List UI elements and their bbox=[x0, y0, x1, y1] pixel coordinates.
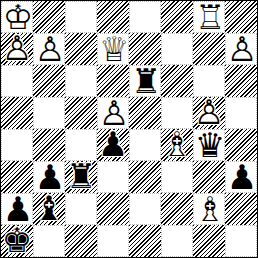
white-pawn-piece[interactable]: ♟♙ bbox=[226, 34, 258, 66]
square-a5[interactable] bbox=[1, 97, 33, 129]
piece-glyph-fill: ♛ bbox=[194, 129, 226, 161]
piece-glyph-fill: ♝ bbox=[161, 128, 193, 160]
piece-glyph-fill: ♜ bbox=[130, 65, 162, 97]
chess-board[interactable]: ♚♔♜♖♟♙♟♙♛♕♟♙♜♟♙♟♙♟♝♗♛♟♜♟♟♝♝♗♚ bbox=[0, 0, 258, 258]
white-pawn-piece[interactable]: ♟♙ bbox=[34, 34, 66, 66]
black-pawn-piece[interactable]: ♟ bbox=[226, 162, 258, 194]
square-g5[interactable]: ♟♙ bbox=[193, 97, 225, 129]
square-c6[interactable] bbox=[65, 65, 97, 97]
piece-glyph-outline: ♙ bbox=[226, 33, 258, 65]
black-pawn-piece[interactable]: ♟ bbox=[97, 129, 129, 161]
piece-glyph-fill: ♟ bbox=[34, 33, 66, 65]
piece-glyph-outline: ♙ bbox=[193, 96, 225, 128]
square-a1[interactable]: ♚ bbox=[1, 225, 33, 257]
square-f4[interactable]: ♝♗ bbox=[161, 129, 193, 161]
piece-glyph-outline: ♙ bbox=[34, 33, 66, 65]
white-pawn-piece[interactable]: ♟♙ bbox=[193, 97, 225, 129]
piece-glyph-fill: ♜ bbox=[194, 1, 226, 33]
black-king-piece[interactable]: ♚ bbox=[1, 225, 33, 257]
square-h3[interactable]: ♟ bbox=[225, 161, 257, 193]
square-g6[interactable] bbox=[193, 65, 225, 97]
piece-glyph-fill: ♛ bbox=[98, 33, 130, 65]
square-b7[interactable]: ♟♙ bbox=[33, 33, 65, 65]
square-h5[interactable] bbox=[225, 97, 257, 129]
square-h7[interactable]: ♟♙ bbox=[225, 33, 257, 65]
square-g4[interactable]: ♛ bbox=[193, 129, 225, 161]
piece-glyph-fill: ♟ bbox=[1, 32, 33, 64]
piece-glyph-fill: ♟ bbox=[34, 161, 66, 193]
square-g8[interactable]: ♜♖ bbox=[193, 1, 225, 33]
square-d2[interactable] bbox=[97, 193, 129, 225]
square-c2[interactable] bbox=[65, 193, 97, 225]
piece-glyph-fill: ♚ bbox=[2, 1, 34, 33]
square-b8[interactable] bbox=[33, 1, 65, 33]
black-pawn-piece[interactable]: ♟ bbox=[34, 162, 66, 194]
square-b5[interactable] bbox=[33, 97, 65, 129]
square-d5[interactable]: ♟♙ bbox=[97, 97, 129, 129]
piece-glyph-fill: ♟ bbox=[97, 128, 129, 160]
square-c3[interactable]: ♜ bbox=[65, 161, 97, 193]
chess-diagram: ♚♔♜♖♟♙♟♙♛♕♟♙♜♟♙♟♙♟♝♗♛♟♜♟♟♝♝♗♚ bbox=[0, 0, 258, 258]
square-b6[interactable] bbox=[33, 65, 65, 97]
square-a2[interactable]: ♟ bbox=[1, 193, 33, 225]
piece-glyph-outline: ♗ bbox=[161, 128, 193, 160]
square-b2[interactable]: ♝ bbox=[33, 193, 65, 225]
piece-glyph-outline: ♖ bbox=[194, 1, 226, 33]
square-f3[interactable] bbox=[161, 161, 193, 193]
white-bishop-piece[interactable]: ♝♗ bbox=[161, 129, 193, 161]
white-bishop-piece[interactable]: ♝♗ bbox=[194, 194, 226, 226]
square-d6[interactable] bbox=[97, 65, 129, 97]
white-pawn-piece[interactable]: ♟♙ bbox=[98, 98, 130, 130]
square-g3[interactable] bbox=[193, 161, 225, 193]
black-rook-piece[interactable]: ♜ bbox=[130, 66, 162, 98]
piece-glyph-outline: ♙ bbox=[1, 32, 33, 64]
square-d4[interactable]: ♟ bbox=[97, 129, 129, 161]
square-c1[interactable] bbox=[65, 225, 97, 257]
square-g1[interactable] bbox=[193, 225, 225, 257]
square-a3[interactable] bbox=[1, 161, 33, 193]
square-d7[interactable]: ♛♕ bbox=[97, 33, 129, 65]
square-e8[interactable] bbox=[129, 1, 161, 33]
square-h2[interactable] bbox=[225, 193, 257, 225]
square-d3[interactable] bbox=[97, 161, 129, 193]
square-e3[interactable] bbox=[129, 161, 161, 193]
square-d1[interactable] bbox=[97, 225, 129, 257]
square-f8[interactable] bbox=[161, 1, 193, 33]
square-e5[interactable] bbox=[129, 97, 161, 129]
square-h4[interactable] bbox=[225, 129, 257, 161]
square-h6[interactable] bbox=[225, 65, 257, 97]
piece-glyph-outline: ♙ bbox=[98, 97, 130, 129]
square-f1[interactable] bbox=[161, 225, 193, 257]
piece-glyph-fill: ♝ bbox=[33, 192, 65, 224]
square-c4[interactable] bbox=[65, 129, 97, 161]
square-e4[interactable] bbox=[129, 129, 161, 161]
square-c7[interactable] bbox=[65, 33, 97, 65]
piece-glyph-fill: ♟ bbox=[226, 33, 258, 65]
square-e6[interactable]: ♜ bbox=[129, 65, 161, 97]
square-b1[interactable] bbox=[33, 225, 65, 257]
square-a7[interactable]: ♟♙ bbox=[1, 33, 33, 65]
piece-glyph-outline: ♔ bbox=[2, 1, 34, 33]
white-rook-piece[interactable]: ♜♖ bbox=[194, 2, 226, 34]
piece-glyph-outline: ♕ bbox=[98, 33, 130, 65]
square-f7[interactable] bbox=[161, 33, 193, 65]
black-pawn-piece[interactable]: ♟ bbox=[2, 194, 34, 226]
piece-glyph-fill: ♟ bbox=[98, 97, 130, 129]
piece-glyph-fill: ♟ bbox=[193, 96, 225, 128]
square-f2[interactable] bbox=[161, 193, 193, 225]
square-e1[interactable] bbox=[129, 225, 161, 257]
black-queen-piece[interactable]: ♛ bbox=[194, 130, 226, 162]
black-rook-piece[interactable]: ♜ bbox=[65, 161, 97, 193]
square-d8[interactable] bbox=[97, 1, 129, 33]
black-bishop-piece[interactable]: ♝ bbox=[33, 193, 65, 225]
square-b3[interactable]: ♟ bbox=[33, 161, 65, 193]
white-queen-piece[interactable]: ♛♕ bbox=[98, 34, 130, 66]
square-a6[interactable] bbox=[1, 65, 33, 97]
square-b4[interactable] bbox=[33, 129, 65, 161]
square-g2[interactable]: ♝♗ bbox=[193, 193, 225, 225]
square-a4[interactable] bbox=[1, 129, 33, 161]
square-e2[interactable] bbox=[129, 193, 161, 225]
piece-glyph-fill: ♟ bbox=[226, 161, 258, 193]
square-f6[interactable] bbox=[161, 65, 193, 97]
square-a8[interactable]: ♚♔ bbox=[1, 1, 33, 33]
piece-glyph-outline: ♗ bbox=[194, 193, 226, 225]
square-g7[interactable] bbox=[193, 33, 225, 65]
square-c5[interactable] bbox=[65, 97, 97, 129]
piece-glyph-fill: ♟ bbox=[2, 193, 34, 225]
square-h8[interactable] bbox=[225, 1, 257, 33]
piece-glyph-fill: ♝ bbox=[194, 193, 226, 225]
square-f5[interactable] bbox=[161, 97, 193, 129]
white-king-piece[interactable]: ♚♔ bbox=[2, 2, 34, 34]
white-pawn-piece[interactable]: ♟♙ bbox=[1, 33, 33, 65]
square-c8[interactable] bbox=[65, 1, 97, 33]
square-h1[interactable] bbox=[225, 225, 257, 257]
piece-glyph-fill: ♜ bbox=[65, 160, 97, 192]
square-e7[interactable] bbox=[129, 33, 161, 65]
piece-glyph-fill: ♚ bbox=[1, 224, 33, 256]
